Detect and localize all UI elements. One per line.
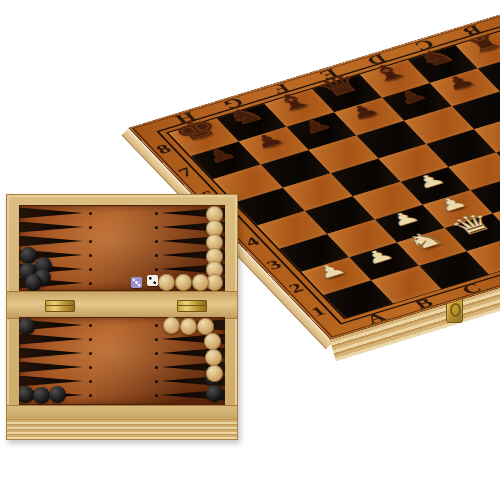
checker-black[interactable]	[33, 387, 50, 404]
checker-black[interactable]	[19, 318, 35, 335]
bg-point	[19, 334, 83, 345]
bg-point-dot	[89, 324, 92, 327]
bg-point-dot	[155, 254, 158, 257]
rank-label-2: 2	[285, 280, 307, 295]
checker-light[interactable]	[206, 365, 223, 382]
checker-light[interactable]	[204, 333, 221, 350]
bg-point-dot	[155, 338, 158, 341]
backgammon-board	[6, 194, 238, 440]
box-bottom-rail	[7, 405, 237, 420]
bg-point-dot	[89, 240, 92, 243]
checker-light[interactable]	[205, 349, 222, 366]
checker-black[interactable]	[19, 386, 34, 403]
checker-black[interactable]	[49, 386, 66, 403]
bg-point-dot	[155, 268, 158, 271]
rank-label-1: 1	[307, 304, 329, 319]
bg-point-dot	[89, 352, 92, 355]
checker-light[interactable]	[175, 274, 192, 291]
bg-point-dot	[89, 338, 92, 341]
bg-point	[19, 208, 83, 219]
bg-point-dot	[89, 394, 92, 397]
bg-point-dot	[155, 366, 158, 369]
box-bottom-edge	[7, 419, 237, 439]
checker-light[interactable]	[192, 274, 209, 291]
box-seam	[7, 291, 237, 319]
bg-point-dot	[155, 324, 158, 327]
die-1[interactable]	[131, 277, 142, 288]
bg-point-dot	[89, 226, 92, 229]
bg-point-dot	[155, 226, 158, 229]
bg-point-dot	[89, 366, 92, 369]
hinge-icon	[45, 300, 75, 312]
checker-black[interactable]	[20, 247, 37, 264]
bg-point	[19, 362, 83, 373]
hinge-icon	[177, 300, 207, 312]
bg-point-dot	[89, 268, 92, 271]
bg-point-dot	[155, 380, 158, 383]
bg-point-dot	[155, 240, 158, 243]
bg-point-dot	[155, 352, 158, 355]
bg-point-dot	[89, 380, 92, 383]
bg-point-dot	[155, 212, 158, 215]
product-photo: 8AH7BG6CF5DE4ED3FC2GB1HA♚♞♝♛♝♞♜♟♟♟♟♟♟♟♟♞…	[0, 0, 500, 500]
die-2[interactable]	[147, 275, 158, 286]
bg-point	[19, 376, 83, 387]
checker-light[interactable]	[197, 318, 214, 335]
checker-light[interactable]	[180, 318, 197, 335]
bg-point-dot	[155, 394, 158, 397]
rank-label-4: 4	[241, 234, 263, 249]
bg-point-dot	[89, 212, 92, 215]
rank-label-3: 3	[263, 257, 285, 272]
backgammon-lower-tray	[19, 317, 225, 405]
checker-black[interactable]	[206, 385, 223, 402]
bg-point-dot	[89, 282, 92, 285]
checker-light[interactable]	[163, 317, 180, 334]
backgammon-upper-tray	[19, 205, 225, 291]
checker-light[interactable]	[158, 274, 175, 291]
bg-point-dot	[89, 254, 92, 257]
checker-black[interactable]	[25, 274, 42, 291]
rank-label-8: 8	[152, 141, 174, 156]
bg-point	[19, 236, 83, 247]
rank-label-7: 7	[174, 165, 196, 180]
bg-point	[19, 222, 83, 233]
bg-point	[19, 348, 83, 359]
